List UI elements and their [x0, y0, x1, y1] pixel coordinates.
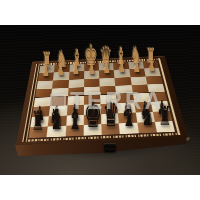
- square-h8: [28, 126, 48, 138]
- board-mosaic-border: [22, 58, 181, 142]
- hinge-pin-icon: [186, 137, 191, 142]
- square-c8: [119, 122, 138, 134]
- square-f8: [65, 125, 83, 137]
- board-frame: [16, 56, 188, 146]
- square-b8: [137, 122, 157, 134]
- image-canvas: ♜♞♝♚♛♝♞♜♟♟♟♟♟♟♟♟♟♟♟♟♟♟♟♟♜♞♝♚♛♝♞♜ TERRA: [0, 0, 200, 200]
- square-e8: [83, 124, 101, 136]
- board-tilt: [22, 25, 178, 173]
- chess-board: [16, 56, 188, 146]
- product-photo: ♜♞♝♚♛♝♞♜♟♟♟♟♟♟♟♟♟♟♟♟♟♟♟♟♜♞♝♚♛♝♞♜ TERRA: [0, 25, 200, 175]
- square-a8: [155, 121, 175, 133]
- board-grid: [28, 61, 175, 138]
- board-inner-edge: [27, 60, 177, 139]
- square-d8: [101, 123, 120, 135]
- clasp-latch-icon: [104, 143, 116, 152]
- square-g8: [47, 126, 66, 138]
